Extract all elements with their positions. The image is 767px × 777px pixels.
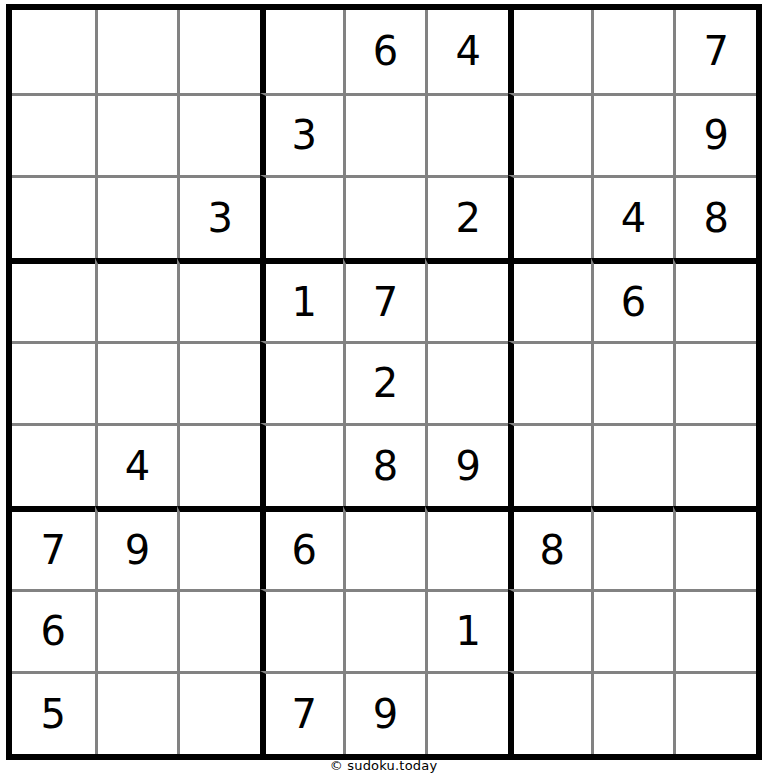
- cell-r9c1[interactable]: 5: [12, 671, 95, 754]
- cell-r2c9[interactable]: 9: [673, 93, 756, 176]
- cell-r2c3[interactable]: [177, 93, 260, 176]
- cell-r9c4[interactable]: 7: [260, 671, 343, 754]
- cell-r5c3[interactable]: [177, 341, 260, 424]
- cell-r5c4[interactable]: [260, 341, 343, 424]
- cell-r2c1[interactable]: [12, 93, 95, 176]
- cell-r7c3[interactable]: [177, 506, 260, 589]
- cell-r3c6[interactable]: 2: [425, 175, 508, 258]
- cell-r2c4[interactable]: 3: [260, 93, 343, 176]
- cell-r9c9[interactable]: [673, 671, 756, 754]
- cell-r1c5[interactable]: 6: [343, 10, 426, 93]
- cell-r3c1[interactable]: [12, 175, 95, 258]
- cell-r2c2[interactable]: [95, 93, 178, 176]
- cell-r8c6[interactable]: 1: [425, 589, 508, 672]
- cell-r3c3[interactable]: 3: [177, 175, 260, 258]
- cell-r3c2[interactable]: [95, 175, 178, 258]
- cell-r7c1[interactable]: 7: [12, 506, 95, 589]
- cell-r4c1[interactable]: [12, 258, 95, 341]
- cell-r3c4[interactable]: [260, 175, 343, 258]
- cell-r6c8[interactable]: [591, 423, 674, 506]
- cell-r7c8[interactable]: [591, 506, 674, 589]
- cell-r6c2[interactable]: 4: [95, 423, 178, 506]
- cell-r9c5[interactable]: 9: [343, 671, 426, 754]
- cell-r4c4[interactable]: 1: [260, 258, 343, 341]
- cell-r7c9[interactable]: [673, 506, 756, 589]
- cell-r3c8[interactable]: 4: [591, 175, 674, 258]
- cell-r1c9[interactable]: 7: [673, 10, 756, 93]
- cell-r8c8[interactable]: [591, 589, 674, 672]
- sudoku-board: 6473932481762489796861579: [6, 4, 762, 760]
- cell-r8c1[interactable]: 6: [12, 589, 95, 672]
- cell-r7c5[interactable]: [343, 506, 426, 589]
- cell-r1c1[interactable]: [12, 10, 95, 93]
- cell-r1c2[interactable]: [95, 10, 178, 93]
- cell-r2c5[interactable]: [343, 93, 426, 176]
- cell-r5c7[interactable]: [508, 341, 591, 424]
- cell-r8c5[interactable]: [343, 589, 426, 672]
- cell-r2c6[interactable]: [425, 93, 508, 176]
- cell-r8c2[interactable]: [95, 589, 178, 672]
- cell-r4c3[interactable]: [177, 258, 260, 341]
- cell-r9c7[interactable]: [508, 671, 591, 754]
- cell-r1c6[interactable]: 4: [425, 10, 508, 93]
- cell-r4c5[interactable]: 7: [343, 258, 426, 341]
- cell-r3c5[interactable]: [343, 175, 426, 258]
- cell-r9c3[interactable]: [177, 671, 260, 754]
- cell-r4c8[interactable]: 6: [591, 258, 674, 341]
- cell-r7c2[interactable]: 9: [95, 506, 178, 589]
- cell-r1c3[interactable]: [177, 10, 260, 93]
- cell-r2c8[interactable]: [591, 93, 674, 176]
- cell-r8c3[interactable]: [177, 589, 260, 672]
- cell-r5c1[interactable]: [12, 341, 95, 424]
- cell-r3c7[interactable]: [508, 175, 591, 258]
- cell-r7c7[interactable]: 8: [508, 506, 591, 589]
- cell-r6c5[interactable]: 8: [343, 423, 426, 506]
- cell-r6c6[interactable]: 9: [425, 423, 508, 506]
- cell-r5c8[interactable]: [591, 341, 674, 424]
- cell-r5c9[interactable]: [673, 341, 756, 424]
- cell-r2c7[interactable]: [508, 93, 591, 176]
- cell-r6c3[interactable]: [177, 423, 260, 506]
- cell-r6c4[interactable]: [260, 423, 343, 506]
- cell-r5c2[interactable]: [95, 341, 178, 424]
- cell-r6c9[interactable]: [673, 423, 756, 506]
- sudoku-page: 6473932481762489796861579 © sudoku.today: [0, 0, 767, 777]
- copyright-caption: © sudoku.today: [0, 758, 767, 773]
- cell-r9c6[interactable]: [425, 671, 508, 754]
- cell-r8c9[interactable]: [673, 589, 756, 672]
- cell-r6c1[interactable]: [12, 423, 95, 506]
- cell-r3c9[interactable]: 8: [673, 175, 756, 258]
- cell-r9c2[interactable]: [95, 671, 178, 754]
- cell-r4c2[interactable]: [95, 258, 178, 341]
- cell-r6c7[interactable]: [508, 423, 591, 506]
- cell-r8c4[interactable]: [260, 589, 343, 672]
- cell-r5c5[interactable]: 2: [343, 341, 426, 424]
- cell-r7c6[interactable]: [425, 506, 508, 589]
- cell-r8c7[interactable]: [508, 589, 591, 672]
- cell-r4c7[interactable]: [508, 258, 591, 341]
- cell-r1c7[interactable]: [508, 10, 591, 93]
- cell-r4c9[interactable]: [673, 258, 756, 341]
- cell-r1c8[interactable]: [591, 10, 674, 93]
- cell-r7c4[interactable]: 6: [260, 506, 343, 589]
- cell-r1c4[interactable]: [260, 10, 343, 93]
- cell-r9c8[interactable]: [591, 671, 674, 754]
- cell-r4c6[interactable]: [425, 258, 508, 341]
- cell-r5c6[interactable]: [425, 341, 508, 424]
